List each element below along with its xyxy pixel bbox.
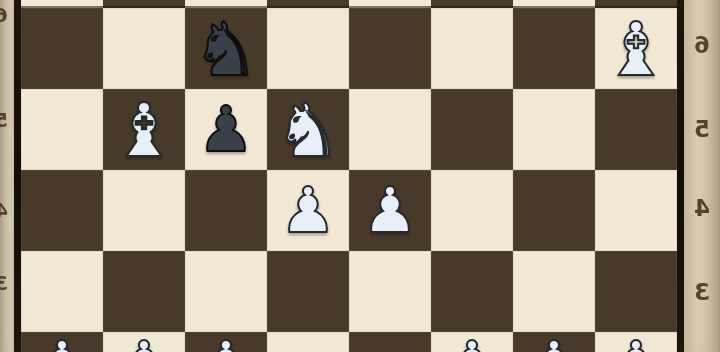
square-r7-c5[interactable]: [431, 0, 513, 8]
square-r4-c7[interactable]: [595, 170, 677, 251]
square-r5-c3[interactable]: ♞: [267, 89, 349, 170]
square-r3-c5[interactable]: [431, 251, 513, 332]
board-row-rank-7: [21, 0, 677, 8]
white-pawn[interactable]: ♟: [608, 333, 664, 352]
rank-label-left-3: 3: [0, 271, 10, 295]
white-bishop[interactable]: ♝: [603, 12, 669, 86]
square-r3-c0[interactable]: [21, 251, 103, 332]
square-r4-c0[interactable]: [21, 170, 103, 251]
square-r5-c0[interactable]: [21, 89, 103, 170]
square-r2-c5[interactable]: ♟: [431, 332, 513, 352]
square-r5-c7[interactable]: [595, 89, 677, 170]
square-r5-c2[interactable]: ♟: [185, 89, 267, 170]
square-r2-c1[interactable]: ♟: [103, 332, 185, 352]
square-r2-c6[interactable]: ♟: [513, 332, 595, 352]
square-r4-c5[interactable]: [431, 170, 513, 251]
square-r3-c7[interactable]: [595, 251, 677, 332]
board-row-rank-6: ♞♝: [21, 8, 677, 89]
square-r7-c0[interactable]: [21, 0, 103, 8]
square-r2-c3[interactable]: [267, 332, 349, 352]
square-r6-c6[interactable]: [513, 8, 595, 89]
square-r4-c6[interactable]: [513, 170, 595, 251]
rank-label-right-5: 5: [684, 117, 720, 141]
square-r6-c5[interactable]: [431, 8, 513, 89]
square-r4-c4[interactable]: ♟: [349, 170, 431, 251]
square-r6-c1[interactable]: [103, 8, 185, 89]
square-r6-c7[interactable]: ♝: [595, 8, 677, 89]
square-r3-c6[interactable]: [513, 251, 595, 332]
square-r4-c1[interactable]: [103, 170, 185, 251]
board-squares: ♞♝♝♟♞♟♟♟♟♟♟♟♟: [21, 0, 677, 352]
board-frame-inner-edge-right: [677, 0, 684, 352]
black-pawn[interactable]: ♟: [198, 98, 254, 161]
square-r6-c3[interactable]: [267, 8, 349, 89]
white-knight[interactable]: ♞: [275, 93, 341, 167]
square-r5-c1[interactable]: ♝: [103, 89, 185, 170]
board-row-rank-3: [21, 251, 677, 332]
square-r6-c4[interactable]: [349, 8, 431, 89]
square-r7-c1[interactable]: [103, 0, 185, 8]
square-r7-c4[interactable]: [349, 0, 431, 8]
square-r2-c0[interactable]: ♟: [21, 332, 103, 352]
rank-label-left-5: 5: [0, 108, 10, 132]
square-r2-c7[interactable]: ♟: [595, 332, 677, 352]
square-r3-c2[interactable]: [185, 251, 267, 332]
board-frame-left: 6 5 4 3: [0, 0, 14, 352]
board-row-rank-5: ♝♟♞: [21, 89, 677, 170]
rank-label-right-6: 6: [684, 33, 720, 57]
white-pawn[interactable]: ♟: [34, 333, 90, 352]
board-frame-right: 6 5 4 3: [684, 0, 720, 352]
square-r6-c2[interactable]: ♞: [185, 8, 267, 89]
white-pawn[interactable]: ♟: [280, 179, 336, 242]
square-r2-c4[interactable]: [349, 332, 431, 352]
black-knight[interactable]: ♞: [193, 12, 259, 86]
white-pawn[interactable]: ♟: [198, 333, 254, 352]
square-r5-c5[interactable]: [431, 89, 513, 170]
chess-board: ♞♝♝♟♞♟♟♟♟♟♟♟♟ 6 5 4 3 6 5 4 3: [0, 0, 720, 352]
square-r3-c4[interactable]: [349, 251, 431, 332]
board-row-rank-4: ♟♟: [21, 170, 677, 251]
square-r4-c3[interactable]: ♟: [267, 170, 349, 251]
white-bishop[interactable]: ♝: [111, 93, 177, 167]
rank-label-left-4: 4: [0, 198, 10, 222]
rank-label-right-4: 4: [684, 196, 720, 220]
rank-label-right-3: 3: [684, 280, 720, 304]
square-r2-c2[interactable]: ♟: [185, 332, 267, 352]
white-pawn[interactable]: ♟: [362, 179, 418, 242]
square-r3-c1[interactable]: [103, 251, 185, 332]
square-r3-c3[interactable]: [267, 251, 349, 332]
square-r6-c0[interactable]: [21, 8, 103, 89]
square-r5-c4[interactable]: [349, 89, 431, 170]
board-frame-inner-edge-left: [14, 0, 21, 352]
rank-label-left-6: 6: [0, 3, 10, 27]
square-r7-c3[interactable]: [267, 0, 349, 8]
white-pawn[interactable]: ♟: [116, 333, 172, 352]
board-row-rank-2: ♟♟♟♟♟♟: [21, 332, 677, 352]
square-r4-c2[interactable]: [185, 170, 267, 251]
white-pawn[interactable]: ♟: [444, 333, 500, 352]
square-r7-c6[interactable]: [513, 0, 595, 8]
white-pawn[interactable]: ♟: [526, 333, 582, 352]
square-r5-c6[interactable]: [513, 89, 595, 170]
